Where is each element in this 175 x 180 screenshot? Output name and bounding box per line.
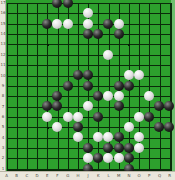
intersection-C12[interactable]	[22, 50, 32, 60]
intersection-Q10[interactable]	[154, 70, 164, 80]
black-stone-M7[interactable]	[114, 101, 124, 111]
intersection-M15[interactable]	[113, 19, 123, 29]
intersection-O9[interactable]	[134, 81, 144, 91]
black-stone-J3[interactable]	[83, 143, 93, 153]
intersection-B13[interactable]	[12, 39, 22, 49]
intersection-G5[interactable]	[63, 122, 73, 132]
black-stone-K14[interactable]	[93, 29, 103, 39]
intersection-C5[interactable]	[22, 122, 32, 132]
intersection-M7[interactable]	[113, 101, 123, 111]
intersection-K13[interactable]	[93, 39, 103, 49]
intersection-K4[interactable]	[93, 132, 103, 142]
intersection-D14[interactable]	[32, 29, 42, 39]
intersection-E6[interactable]	[42, 112, 52, 122]
intersection-Q9[interactable]	[154, 81, 164, 91]
intersection-F9[interactable]	[52, 81, 62, 91]
intersection-N11[interactable]	[124, 60, 134, 70]
intersection-N17[interactable]	[124, 0, 134, 8]
intersection-B14[interactable]	[12, 29, 22, 39]
intersection-J15[interactable]	[83, 19, 93, 29]
white-stone-J2[interactable]	[83, 153, 93, 163]
intersection-R14[interactable]	[164, 29, 174, 39]
intersection-C11[interactable]	[22, 60, 32, 70]
white-stone-H4[interactable]	[73, 132, 83, 142]
white-stone-O4[interactable]	[134, 132, 144, 142]
intersection-E2[interactable]	[42, 153, 52, 163]
intersection-C9[interactable]	[22, 81, 32, 91]
intersection-R10[interactable]	[164, 70, 174, 80]
intersection-E17[interactable]	[42, 0, 52, 8]
black-stone-J10[interactable]	[83, 70, 93, 80]
intersection-D7[interactable]	[32, 101, 42, 111]
intersection-O8[interactable]	[134, 91, 144, 101]
intersection-G13[interactable]	[63, 39, 73, 49]
intersection-M13[interactable]	[113, 39, 123, 49]
intersection-D8[interactable]	[32, 91, 42, 101]
intersection-M3[interactable]	[113, 143, 123, 153]
intersection-N2[interactable]	[124, 153, 134, 163]
intersection-O7[interactable]	[134, 101, 144, 111]
intersection-O10[interactable]	[134, 70, 144, 80]
intersection-O3[interactable]	[134, 143, 144, 153]
intersection-J13[interactable]	[83, 39, 93, 49]
black-stone-R7[interactable]	[164, 101, 174, 111]
intersection-H11[interactable]	[73, 60, 83, 70]
intersection-F5[interactable]	[52, 122, 62, 132]
intersection-F15[interactable]	[52, 19, 62, 29]
intersection-P15[interactable]	[144, 19, 154, 29]
intersection-Q7[interactable]	[154, 101, 164, 111]
intersection-P10[interactable]	[144, 70, 154, 80]
intersection-G6[interactable]	[63, 112, 73, 122]
intersection-L10[interactable]	[103, 70, 113, 80]
intersection-L12[interactable]	[103, 50, 113, 60]
intersection-F6[interactable]	[52, 112, 62, 122]
intersection-B2[interactable]	[12, 153, 22, 163]
intersection-P5[interactable]	[144, 122, 154, 132]
intersection-K9[interactable]	[93, 81, 103, 91]
intersection-F2[interactable]	[52, 153, 62, 163]
intersection-H13[interactable]	[73, 39, 83, 49]
intersection-Q6[interactable]	[154, 112, 164, 122]
intersection-C10[interactable]	[22, 70, 32, 80]
intersection-R4[interactable]	[164, 132, 174, 142]
intersection-R12[interactable]	[164, 50, 174, 60]
black-stone-H5[interactable]	[73, 122, 83, 132]
white-stone-L12[interactable]	[103, 50, 113, 60]
intersection-K5[interactable]	[93, 122, 103, 132]
intersection-K17[interactable]	[93, 0, 103, 8]
black-stone-E15[interactable]	[42, 19, 52, 29]
intersection-B15[interactable]	[12, 19, 22, 29]
intersection-Q15[interactable]	[154, 19, 164, 29]
intersection-N13[interactable]	[124, 39, 134, 49]
intersection-P6[interactable]	[144, 112, 154, 122]
intersection-L7[interactable]	[103, 101, 113, 111]
intersection-B4[interactable]	[12, 132, 22, 142]
black-stone-J9[interactable]	[83, 81, 93, 91]
black-stone-F7[interactable]	[52, 101, 62, 111]
intersection-G2[interactable]	[63, 153, 73, 163]
intersection-Q16[interactable]	[154, 8, 164, 18]
intersection-L8[interactable]	[103, 91, 113, 101]
intersection-R3[interactable]	[164, 143, 174, 153]
intersection-N15[interactable]	[124, 19, 134, 29]
intersection-P2[interactable]	[144, 153, 154, 163]
intersection-G16[interactable]	[63, 8, 73, 18]
intersection-N7[interactable]	[124, 101, 134, 111]
intersection-F11[interactable]	[52, 60, 62, 70]
intersection-L4[interactable]	[103, 132, 113, 142]
intersection-C8[interactable]	[22, 91, 32, 101]
intersection-L17[interactable]	[103, 0, 113, 8]
intersection-G3[interactable]	[63, 143, 73, 153]
intersection-N6[interactable]	[124, 112, 134, 122]
intersection-G10[interactable]	[63, 70, 73, 80]
intersection-D9[interactable]	[32, 81, 42, 91]
intersection-Q14[interactable]	[154, 29, 164, 39]
intersection-M10[interactable]	[113, 70, 123, 80]
intersection-J2[interactable]	[83, 153, 93, 163]
white-stone-M15[interactable]	[114, 19, 124, 29]
intersection-M4[interactable]	[113, 132, 123, 142]
intersection-E14[interactable]	[42, 29, 52, 39]
intersection-P8[interactable]	[144, 91, 154, 101]
intersection-D3[interactable]	[32, 143, 42, 153]
intersection-J11[interactable]	[83, 60, 93, 70]
intersection-M2[interactable]	[113, 153, 123, 163]
intersection-F13[interactable]	[52, 39, 62, 49]
intersection-K10[interactable]	[93, 70, 103, 80]
intersection-R11[interactable]	[164, 60, 174, 70]
intersection-B7[interactable]	[12, 101, 22, 111]
intersection-J5[interactable]	[83, 122, 93, 132]
intersection-L14[interactable]	[103, 29, 113, 39]
white-stone-P8[interactable]	[144, 91, 154, 101]
intersection-H16[interactable]	[73, 8, 83, 18]
intersection-Q5[interactable]	[154, 122, 164, 132]
intersection-P3[interactable]	[144, 143, 154, 153]
intersection-G17[interactable]	[63, 0, 73, 8]
intersection-E9[interactable]	[42, 81, 52, 91]
intersection-B3[interactable]	[12, 143, 22, 153]
intersection-D16[interactable]	[32, 8, 42, 18]
intersection-L5[interactable]	[103, 122, 113, 132]
black-stone-E7[interactable]	[42, 101, 52, 111]
intersection-Q3[interactable]	[154, 143, 164, 153]
intersection-D11[interactable]	[32, 60, 42, 70]
black-stone-F17[interactable]	[52, 0, 62, 8]
intersection-L15[interactable]	[103, 19, 113, 29]
intersection-M17[interactable]	[113, 0, 123, 8]
intersection-H17[interactable]	[73, 0, 83, 8]
intersection-C14[interactable]	[22, 29, 32, 39]
black-stone-L15[interactable]	[103, 19, 113, 29]
intersection-C17[interactable]	[22, 0, 32, 8]
intersection-L9[interactable]	[103, 81, 113, 91]
intersection-D2[interactable]	[32, 153, 42, 163]
intersection-E5[interactable]	[42, 122, 52, 132]
intersection-Q8[interactable]	[154, 91, 164, 101]
intersection-L13[interactable]	[103, 39, 113, 49]
intersection-G11[interactable]	[63, 60, 73, 70]
intersection-N9[interactable]	[124, 81, 134, 91]
intersection-N12[interactable]	[124, 50, 134, 60]
intersection-L11[interactable]	[103, 60, 113, 70]
intersection-P16[interactable]	[144, 8, 154, 18]
black-stone-K6[interactable]	[93, 112, 103, 122]
black-stone-F8[interactable]	[52, 91, 62, 101]
intersection-R13[interactable]	[164, 39, 174, 49]
intersection-F3[interactable]	[52, 143, 62, 153]
intersection-J8[interactable]	[83, 91, 93, 101]
intersection-L2[interactable]	[103, 153, 113, 163]
intersection-D12[interactable]	[32, 50, 42, 60]
intersection-F7[interactable]	[52, 101, 62, 111]
black-stone-P6[interactable]	[144, 112, 154, 122]
intersection-F4[interactable]	[52, 132, 62, 142]
intersection-D6[interactable]	[32, 112, 42, 122]
intersection-O16[interactable]	[134, 8, 144, 18]
intersection-F14[interactable]	[52, 29, 62, 39]
intersection-J9[interactable]	[83, 81, 93, 91]
intersection-P17[interactable]	[144, 0, 154, 8]
intersection-H3[interactable]	[73, 143, 83, 153]
intersection-K12[interactable]	[93, 50, 103, 60]
intersection-Q13[interactable]	[154, 39, 164, 49]
intersection-N4[interactable]	[124, 132, 134, 142]
intersection-G4[interactable]	[63, 132, 73, 142]
intersection-C13[interactable]	[22, 39, 32, 49]
white-stone-J7[interactable]	[83, 101, 93, 111]
white-stone-H6[interactable]	[73, 112, 83, 122]
black-stone-L3[interactable]	[103, 143, 113, 153]
intersection-L6[interactable]	[103, 112, 113, 122]
intersection-J3[interactable]	[83, 143, 93, 153]
intersection-Q4[interactable]	[154, 132, 164, 142]
white-stone-J15[interactable]	[83, 19, 93, 29]
intersection-D5[interactable]	[32, 122, 42, 132]
intersection-N3[interactable]	[124, 143, 134, 153]
intersection-O12[interactable]	[134, 50, 144, 60]
intersection-R5[interactable]	[164, 122, 174, 132]
intersection-O2[interactable]	[134, 153, 144, 163]
intersection-H9[interactable]	[73, 81, 83, 91]
intersection-Q17[interactable]	[154, 0, 164, 8]
intersection-B11[interactable]	[12, 60, 22, 70]
intersection-C7[interactable]	[22, 101, 32, 111]
intersection-J6[interactable]	[83, 112, 93, 122]
white-stone-M8[interactable]	[114, 91, 124, 101]
intersection-O4[interactable]	[134, 132, 144, 142]
intersection-J16[interactable]	[83, 8, 93, 18]
intersection-H5[interactable]	[73, 122, 83, 132]
intersection-E12[interactable]	[42, 50, 52, 60]
intersection-E10[interactable]	[42, 70, 52, 80]
intersection-F12[interactable]	[52, 50, 62, 60]
intersection-N8[interactable]	[124, 91, 134, 101]
white-stone-L8[interactable]	[103, 91, 113, 101]
intersection-M11[interactable]	[113, 60, 123, 70]
black-stone-G9[interactable]	[63, 81, 73, 91]
intersection-Q12[interactable]	[154, 50, 164, 60]
white-stone-L2[interactable]	[103, 153, 113, 163]
intersection-J10[interactable]	[83, 70, 93, 80]
intersection-B8[interactable]	[12, 91, 22, 101]
white-stone-M2[interactable]	[114, 153, 124, 163]
intersection-P7[interactable]	[144, 101, 154, 111]
intersection-R15[interactable]	[164, 19, 174, 29]
intersection-O15[interactable]	[134, 19, 144, 29]
white-stone-O10[interactable]	[134, 70, 144, 80]
intersection-P12[interactable]	[144, 50, 154, 60]
intersection-C2[interactable]	[22, 153, 32, 163]
black-stone-N2[interactable]	[124, 153, 134, 163]
intersection-D10[interactable]	[32, 70, 42, 80]
intersection-Q2[interactable]	[154, 153, 164, 163]
intersection-K8[interactable]	[93, 91, 103, 101]
intersection-G9[interactable]	[63, 81, 73, 91]
intersection-B5[interactable]	[12, 122, 22, 132]
intersection-H10[interactable]	[73, 70, 83, 80]
intersection-L3[interactable]	[103, 143, 113, 153]
intersection-E16[interactable]	[42, 8, 52, 18]
intersection-O17[interactable]	[134, 0, 144, 8]
black-stone-M14[interactable]	[114, 29, 124, 39]
intersection-G14[interactable]	[63, 29, 73, 39]
intersection-O14[interactable]	[134, 29, 144, 39]
intersection-N10[interactable]	[124, 70, 134, 80]
intersection-K6[interactable]	[93, 112, 103, 122]
intersection-H14[interactable]	[73, 29, 83, 39]
intersection-B10[interactable]	[12, 70, 22, 80]
intersection-B9[interactable]	[12, 81, 22, 91]
intersection-F17[interactable]	[52, 0, 62, 8]
intersection-M9[interactable]	[113, 81, 123, 91]
intersection-R9[interactable]	[164, 81, 174, 91]
intersection-H4[interactable]	[73, 132, 83, 142]
intersection-M14[interactable]	[113, 29, 123, 39]
intersection-K11[interactable]	[93, 60, 103, 70]
intersection-F8[interactable]	[52, 91, 62, 101]
intersection-E7[interactable]	[42, 101, 52, 111]
white-stone-F5[interactable]	[52, 122, 62, 132]
intersection-R16[interactable]	[164, 8, 174, 18]
intersection-D4[interactable]	[32, 132, 42, 142]
black-stone-Q5[interactable]	[154, 122, 164, 132]
white-stone-K4[interactable]	[93, 132, 103, 142]
intersection-O11[interactable]	[134, 60, 144, 70]
intersection-C16[interactable]	[22, 8, 32, 18]
intersection-C6[interactable]	[22, 112, 32, 122]
intersection-J4[interactable]	[83, 132, 93, 142]
intersection-H7[interactable]	[73, 101, 83, 111]
white-stone-N10[interactable]	[124, 70, 134, 80]
intersection-H6[interactable]	[73, 112, 83, 122]
intersection-J12[interactable]	[83, 50, 93, 60]
black-stone-M3[interactable]	[114, 143, 124, 153]
intersection-O6[interactable]	[134, 112, 144, 122]
intersection-O5[interactable]	[134, 122, 144, 132]
black-stone-H10[interactable]	[73, 70, 83, 80]
white-stone-O6[interactable]	[134, 112, 144, 122]
black-stone-M4[interactable]	[114, 132, 124, 142]
white-stone-J16[interactable]	[83, 8, 93, 18]
intersection-C3[interactable]	[22, 143, 32, 153]
intersection-R7[interactable]	[164, 101, 174, 111]
intersection-J17[interactable]	[83, 0, 93, 8]
intersection-K7[interactable]	[93, 101, 103, 111]
intersection-F10[interactable]	[52, 70, 62, 80]
intersection-E4[interactable]	[42, 132, 52, 142]
intersection-M8[interactable]	[113, 91, 123, 101]
white-stone-F15[interactable]	[52, 19, 62, 29]
intersection-K3[interactable]	[93, 143, 103, 153]
intersection-B17[interactable]	[12, 0, 22, 8]
intersection-G12[interactable]	[63, 50, 73, 60]
black-stone-G17[interactable]	[63, 0, 73, 8]
black-stone-K2[interactable]	[93, 153, 103, 163]
black-stone-Q7[interactable]	[154, 101, 164, 111]
intersection-M12[interactable]	[113, 50, 123, 60]
intersection-G15[interactable]	[63, 19, 73, 29]
white-stone-G6[interactable]	[63, 112, 73, 122]
intersection-E11[interactable]	[42, 60, 52, 70]
intersection-K15[interactable]	[93, 19, 103, 29]
intersection-P9[interactable]	[144, 81, 154, 91]
intersection-B12[interactable]	[12, 50, 22, 60]
intersection-K14[interactable]	[93, 29, 103, 39]
intersection-H15[interactable]	[73, 19, 83, 29]
white-stone-G15[interactable]	[63, 19, 73, 29]
intersection-P14[interactable]	[144, 29, 154, 39]
intersection-P11[interactable]	[144, 60, 154, 70]
intersection-M5[interactable]	[113, 122, 123, 132]
intersection-H2[interactable]	[73, 153, 83, 163]
intersection-G7[interactable]	[63, 101, 73, 111]
black-stone-N3[interactable]	[124, 143, 134, 153]
intersection-B16[interactable]	[12, 8, 22, 18]
intersection-C15[interactable]	[22, 19, 32, 29]
intersection-K16[interactable]	[93, 8, 103, 18]
intersection-M16[interactable]	[113, 8, 123, 18]
intersection-Q11[interactable]	[154, 60, 164, 70]
white-stone-N5[interactable]	[124, 122, 134, 132]
intersection-L16[interactable]	[103, 8, 113, 18]
intersection-C4[interactable]	[22, 132, 32, 142]
intersection-D17[interactable]	[32, 0, 42, 8]
intersection-D15[interactable]	[32, 19, 42, 29]
white-stone-E6[interactable]	[42, 112, 52, 122]
intersection-E8[interactable]	[42, 91, 52, 101]
intersection-F16[interactable]	[52, 8, 62, 18]
intersection-N5[interactable]	[124, 122, 134, 132]
black-stone-M9[interactable]	[114, 81, 124, 91]
intersection-K2[interactable]	[93, 153, 103, 163]
intersection-H12[interactable]	[73, 50, 83, 60]
white-stone-O3[interactable]	[134, 143, 144, 153]
intersection-D13[interactable]	[32, 39, 42, 49]
black-stone-N9[interactable]	[124, 81, 134, 91]
intersection-E13[interactable]	[42, 39, 52, 49]
black-stone-R5[interactable]	[164, 122, 174, 132]
intersection-N16[interactable]	[124, 8, 134, 18]
intersection-J7[interactable]	[83, 101, 93, 111]
intersection-J14[interactable]	[83, 29, 93, 39]
intersection-R6[interactable]	[164, 112, 174, 122]
intersection-P13[interactable]	[144, 39, 154, 49]
intersection-R17[interactable]	[164, 0, 174, 8]
